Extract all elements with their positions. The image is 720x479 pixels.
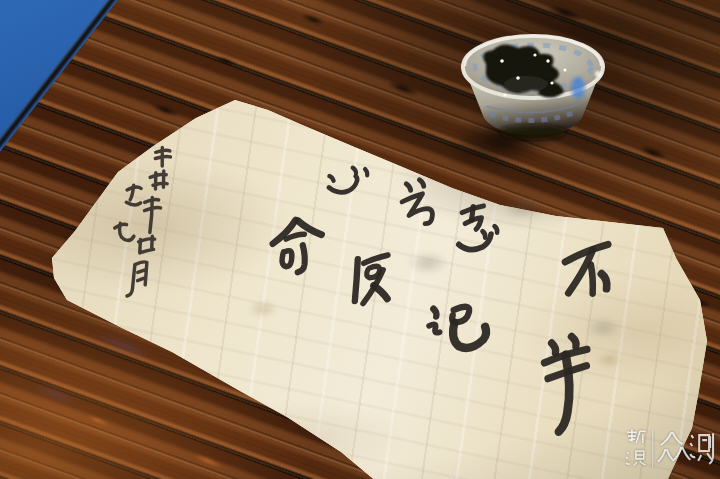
char-lao (528, 324, 608, 449)
char-shi (337, 243, 411, 323)
sina-zhongce-watermark (624, 427, 718, 471)
watermark-xin-char (627, 429, 646, 443)
char-ming (262, 208, 336, 297)
watermark-lang-char (626, 451, 646, 466)
char-chu (390, 173, 450, 235)
blue-glaze-reflection (571, 77, 585, 99)
char-bu (551, 231, 635, 316)
bowl-foot-shadow (499, 124, 567, 140)
rim-specular (595, 71, 601, 77)
ink-sheen (504, 76, 548, 92)
watermark-ce-char (690, 433, 713, 464)
ink-smudge (408, 252, 448, 274)
watermark-zhong-char (658, 432, 691, 462)
signature-columns (95, 140, 228, 304)
ink-bowl (448, 22, 618, 147)
photo-scene (0, 0, 720, 479)
char-wang (445, 197, 512, 269)
paper-stain (248, 300, 278, 318)
char-ji (418, 290, 507, 371)
